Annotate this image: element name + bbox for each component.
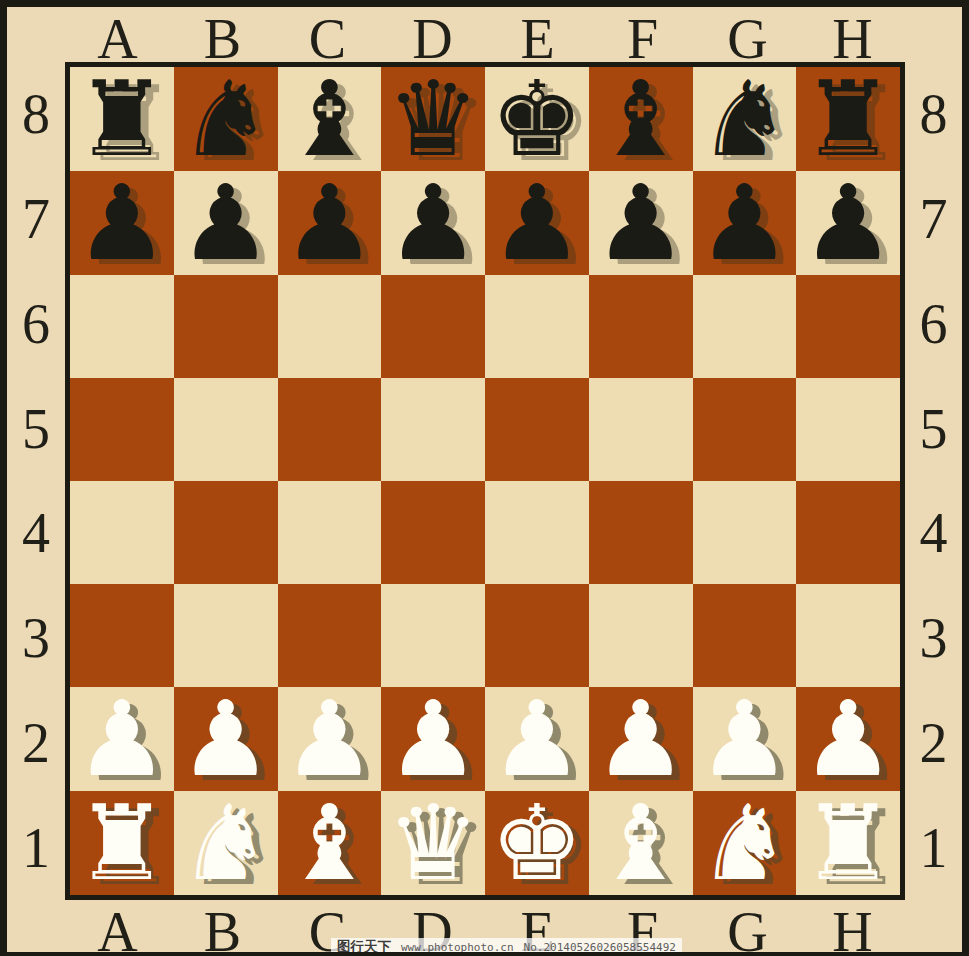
black-bishop: ♝ [594, 67, 687, 171]
white-pawn: ♟ [179, 687, 272, 791]
square-h3[interactable] [796, 584, 900, 687]
file-label-bottom-h: H [832, 900, 872, 956]
white-pawn: ♟ [594, 687, 687, 791]
square-g3[interactable] [693, 584, 797, 687]
square-d5[interactable] [381, 378, 485, 481]
square-c7[interactable]: ♟ [278, 171, 382, 275]
square-e1[interactable]: ♚ [485, 791, 589, 895]
square-e2[interactable]: ♟ [485, 687, 589, 791]
square-a7[interactable]: ♟ [70, 171, 174, 275]
black-rook: ♜ [75, 67, 168, 171]
square-a5[interactable] [70, 378, 174, 481]
square-h4[interactable] [796, 481, 900, 584]
square-b5[interactable] [174, 378, 278, 481]
black-queen: ♛ [387, 67, 480, 171]
square-c4[interactable] [278, 481, 382, 584]
black-knight: ♞ [698, 67, 791, 171]
white-queen: ♛ [387, 791, 480, 895]
rank-labels-left: 87654321 [7, 62, 65, 900]
white-rook: ♜ [802, 791, 895, 895]
square-h2[interactable]: ♟ [796, 687, 900, 791]
square-b1[interactable]: ♞ [174, 791, 278, 895]
watermark: 图行天下 www.photophoto.cn No.20140526026058… [331, 938, 682, 956]
rank-label-left-4: 4 [22, 501, 50, 565]
square-a6[interactable] [70, 275, 174, 378]
black-rook: ♜ [802, 67, 895, 171]
watermark-url: www.photophoto.cn [401, 941, 514, 954]
black-bishop: ♝ [283, 67, 376, 171]
square-g6[interactable] [693, 275, 797, 378]
square-a3[interactable] [70, 584, 174, 687]
square-h7[interactable]: ♟ [796, 171, 900, 275]
square-e3[interactable] [485, 584, 589, 687]
square-d4[interactable] [381, 481, 485, 584]
square-g4[interactable] [693, 481, 797, 584]
square-f2[interactable]: ♟ [589, 687, 693, 791]
square-c8[interactable]: ♝ [278, 67, 382, 171]
square-f1[interactable]: ♝ [589, 791, 693, 895]
square-b6[interactable] [174, 275, 278, 378]
square-e8[interactable]: ♚ [485, 67, 589, 171]
rank-label-right-3: 3 [920, 606, 948, 670]
file-label-bottom-a: A [97, 900, 137, 956]
square-f3[interactable] [589, 584, 693, 687]
square-c3[interactable] [278, 584, 382, 687]
rank-label-right-4: 4 [920, 501, 948, 565]
white-rook: ♜ [75, 791, 168, 895]
rank-label-left-7: 7 [22, 187, 50, 251]
rank-label-left-1: 1 [22, 816, 50, 880]
rank-label-right-2: 2 [920, 711, 948, 775]
rank-label-left-8: 8 [22, 82, 50, 146]
rank-label-left-2: 2 [22, 711, 50, 775]
square-b3[interactable] [174, 584, 278, 687]
white-bishop: ♝ [283, 791, 376, 895]
square-a1[interactable]: ♜ [70, 791, 174, 895]
white-pawn: ♟ [490, 687, 583, 791]
white-pawn: ♟ [283, 687, 376, 791]
rank-label-right-7: 7 [920, 187, 948, 251]
white-pawn: ♟ [802, 687, 895, 791]
rank-label-left-6: 6 [22, 292, 50, 356]
file-label-bottom-b: B [204, 900, 241, 956]
square-a2[interactable]: ♟ [70, 687, 174, 791]
square-g5[interactable] [693, 378, 797, 481]
square-e4[interactable] [485, 481, 589, 584]
rank-labels-right: 87654321 [905, 62, 962, 900]
square-h5[interactable] [796, 378, 900, 481]
watermark-number: No.20140526026058554492 [524, 941, 676, 954]
black-pawn: ♟ [594, 171, 687, 275]
black-pawn: ♟ [179, 171, 272, 275]
chess-diagram: ABCDEFGH 87654321 ♜♞♝♛♚♝♞♜♟♟♟♟♟♟♟♟♟♟♟♟♟♟… [0, 0, 969, 956]
black-pawn: ♟ [698, 171, 791, 275]
square-f4[interactable] [589, 481, 693, 584]
white-king: ♚ [490, 791, 583, 895]
square-d6[interactable] [381, 275, 485, 378]
square-f6[interactable] [589, 275, 693, 378]
square-d7[interactable]: ♟ [381, 171, 485, 275]
square-f8[interactable]: ♝ [589, 67, 693, 171]
black-pawn: ♟ [387, 171, 480, 275]
square-c5[interactable] [278, 378, 382, 481]
square-h8[interactable]: ♜ [796, 67, 900, 171]
black-pawn: ♟ [802, 171, 895, 275]
square-g8[interactable]: ♞ [693, 67, 797, 171]
square-a4[interactable] [70, 481, 174, 584]
watermark-logo: 图行天下 [337, 938, 391, 956]
square-b8[interactable]: ♞ [174, 67, 278, 171]
rank-label-right-5: 5 [920, 397, 948, 461]
square-h1[interactable]: ♜ [796, 791, 900, 895]
square-d1[interactable]: ♛ [381, 791, 485, 895]
white-bishop: ♝ [594, 791, 687, 895]
square-e7[interactable]: ♟ [485, 171, 589, 275]
square-g7[interactable]: ♟ [693, 171, 797, 275]
file-label-bottom-g: G [727, 900, 767, 956]
square-d3[interactable] [381, 584, 485, 687]
square-g2[interactable]: ♟ [693, 687, 797, 791]
square-g1[interactable]: ♞ [693, 791, 797, 895]
square-h6[interactable] [796, 275, 900, 378]
rank-label-right-6: 6 [920, 292, 948, 356]
black-pawn: ♟ [283, 171, 376, 275]
black-king: ♚ [490, 67, 583, 171]
square-d2[interactable]: ♟ [381, 687, 485, 791]
white-knight: ♞ [698, 791, 791, 895]
file-labels-top: ABCDEFGH [65, 7, 905, 62]
rank-label-left-3: 3 [22, 606, 50, 670]
board: ♜♞♝♛♚♝♞♜♟♟♟♟♟♟♟♟♟♟♟♟♟♟♟♟♜♞♝♛♚♝♞♜ [65, 62, 905, 900]
square-e6[interactable] [485, 275, 589, 378]
square-c6[interactable] [278, 275, 382, 378]
square-c2[interactable]: ♟ [278, 687, 382, 791]
black-pawn: ♟ [75, 171, 168, 275]
white-pawn: ♟ [698, 687, 791, 791]
white-pawn: ♟ [75, 687, 168, 791]
black-pawn: ♟ [490, 171, 583, 275]
square-b4[interactable] [174, 481, 278, 584]
white-pawn: ♟ [387, 687, 480, 791]
square-d8[interactable]: ♛ [381, 67, 485, 171]
square-b2[interactable]: ♟ [174, 687, 278, 791]
square-f5[interactable] [589, 378, 693, 481]
square-c1[interactable]: ♝ [278, 791, 382, 895]
rank-label-left-5: 5 [22, 397, 50, 461]
rank-label-right-1: 1 [920, 816, 948, 880]
square-a8[interactable]: ♜ [70, 67, 174, 171]
rank-label-right-8: 8 [920, 82, 948, 146]
white-knight: ♞ [179, 791, 272, 895]
square-f7[interactable]: ♟ [589, 171, 693, 275]
black-knight: ♞ [179, 67, 272, 171]
square-e5[interactable] [485, 378, 589, 481]
square-b7[interactable]: ♟ [174, 171, 278, 275]
